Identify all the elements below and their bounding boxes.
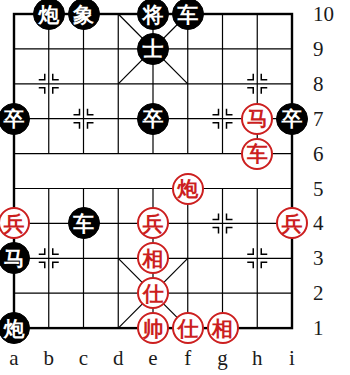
position-marker: [39, 262, 45, 268]
rank-label-4: 4: [313, 211, 347, 236]
rank-label-7: 7: [313, 107, 347, 132]
file-label-d: d: [106, 346, 130, 371]
position-marker: [213, 213, 219, 219]
position-marker: [247, 262, 253, 268]
file-label-i: i: [280, 346, 304, 371]
position-marker: [261, 88, 267, 94]
file-label-c: c: [72, 346, 96, 371]
position-marker: [74, 109, 80, 115]
position-marker: [39, 88, 45, 94]
piece-red-horse[interactable]: 马: [241, 103, 273, 135]
piece-red-advisor[interactable]: 仕: [137, 277, 169, 309]
position-marker: [227, 227, 233, 233]
rank-label-5: 5: [313, 177, 347, 202]
position-marker: [227, 123, 233, 129]
file-label-f: f: [176, 346, 200, 371]
position-marker: [213, 227, 219, 233]
rank-label-3: 3: [313, 246, 347, 271]
piece-black-advisor[interactable]: 士: [137, 33, 169, 65]
position-marker: [53, 248, 59, 254]
rank-label-10: 10: [313, 2, 347, 27]
xiangqi-board: 炮象将车士卒卒马卒车炮兵车兵兵马相仕炮帅仕相 abcdefghi10987654…: [0, 0, 350, 375]
position-marker: [88, 109, 94, 115]
rank-label-1: 1: [313, 316, 347, 341]
position-marker: [53, 262, 59, 268]
rank-label-9: 9: [313, 37, 347, 62]
position-marker: [227, 109, 233, 115]
rank-label-6: 6: [313, 142, 347, 167]
position-marker: [88, 123, 94, 129]
piece-black-cannon[interactable]: 炮: [33, 0, 65, 30]
piece-red-elephant[interactable]: 相: [207, 312, 239, 344]
piece-red-advisor[interactable]: 仕: [172, 312, 204, 344]
rank-label-8: 8: [313, 72, 347, 97]
position-marker: [213, 109, 219, 115]
position-marker: [53, 88, 59, 94]
piece-black-elephant[interactable]: 象: [68, 0, 100, 30]
piece-red-chariot[interactable]: 车: [241, 138, 273, 170]
position-marker: [247, 248, 253, 254]
file-label-e: e: [141, 346, 165, 371]
file-label-a: a: [2, 346, 26, 371]
piece-black-chariot[interactable]: 车: [68, 207, 100, 239]
piece-black-soldier[interactable]: 卒: [0, 103, 30, 135]
position-marker: [213, 123, 219, 129]
piece-black-soldier[interactable]: 卒: [276, 103, 308, 135]
file-label-g: g: [211, 346, 235, 371]
piece-red-general[interactable]: 帅: [137, 312, 169, 344]
rank-label-2: 2: [313, 281, 347, 306]
position-marker: [227, 213, 233, 219]
position-marker: [247, 88, 253, 94]
position-marker: [39, 248, 45, 254]
file-label-h: h: [245, 346, 269, 371]
position-marker: [261, 248, 267, 254]
piece-black-soldier[interactable]: 卒: [137, 103, 169, 135]
piece-black-chariot[interactable]: 车: [172, 0, 204, 30]
position-marker: [39, 74, 45, 80]
piece-red-cannon[interactable]: 炮: [172, 173, 204, 205]
position-marker: [53, 74, 59, 80]
position-marker: [261, 74, 267, 80]
position-marker: [261, 262, 267, 268]
file-label-b: b: [37, 346, 61, 371]
position-marker: [247, 74, 253, 80]
position-marker: [74, 123, 80, 129]
